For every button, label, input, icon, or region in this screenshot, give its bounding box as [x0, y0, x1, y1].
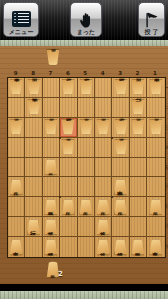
board-cell[interactable]	[43, 138, 60, 158]
shogi-piece-gote[interactable]: 銀将	[114, 79, 128, 96]
shogi-piece-gote[interactable]: 角行	[131, 99, 145, 116]
board-cell[interactable]	[112, 158, 129, 178]
board-cell[interactable]: 銀将	[43, 237, 60, 257]
shogi-piece-sente[interactable]: 歩兵	[79, 198, 93, 215]
file-label: 6	[59, 70, 76, 77]
board-cell[interactable]	[78, 177, 95, 197]
board-cell[interactable]	[130, 177, 147, 197]
board-cell[interactable]: 歩兵	[147, 118, 164, 138]
resign-button-label: 投 了	[144, 28, 158, 35]
board-cell[interactable]: 歩兵	[95, 197, 112, 217]
shogi-piece-gote[interactable]: 銀将	[61, 119, 75, 136]
board-cell[interactable]	[60, 217, 77, 237]
file-label: 4	[94, 70, 111, 77]
file-label: 7	[42, 70, 59, 77]
board-cell[interactable]	[130, 138, 147, 158]
shogi-piece-sente[interactable]: 歩兵	[9, 178, 23, 195]
board-cell[interactable]: 銀将	[112, 78, 129, 98]
board-cell[interactable]	[60, 177, 77, 197]
bottom-bar	[0, 284, 168, 291]
shogi-piece-gote[interactable]: 金将	[114, 119, 128, 136]
shogi-piece-sente[interactable]: 歩兵	[114, 198, 128, 215]
shogi-piece-gote[interactable]: 金将	[61, 79, 75, 96]
board-cell[interactable]: 飛車	[112, 177, 129, 197]
board-cell[interactable]: 香車	[8, 78, 25, 98]
board-cell[interactable]: 歩兵	[147, 197, 164, 217]
board-cell[interactable]: 玉将	[78, 78, 95, 98]
undo-button[interactable]: まった	[70, 2, 102, 37]
file-label: 8	[24, 70, 41, 77]
board-cell[interactable]: 香車	[147, 78, 164, 98]
board-cell[interactable]: 金将	[60, 78, 77, 98]
file-label: 5	[77, 70, 94, 77]
board-cell[interactable]	[25, 138, 42, 158]
board-cell[interactable]	[95, 98, 112, 118]
board-cell[interactable]	[112, 217, 129, 237]
board-cell[interactable]: 桂馬	[130, 237, 147, 257]
shogi-piece-sente[interactable]: 歩兵	[96, 198, 110, 215]
sente-hand-tray[interactable]: 歩兵2	[40, 258, 100, 282]
file-label: 9	[7, 70, 24, 77]
board-cell[interactable]: 歩兵	[8, 118, 25, 138]
board-cell[interactable]	[78, 158, 95, 178]
board-cell[interactable]	[8, 138, 25, 158]
board-cell[interactable]	[60, 237, 77, 257]
board-cell[interactable]	[78, 98, 95, 118]
board-cell[interactable]	[43, 177, 60, 197]
board-cell[interactable]	[60, 158, 77, 178]
shogi-piece-gote[interactable]: 香車	[149, 79, 163, 96]
board-cell[interactable]: 銀将	[112, 237, 129, 257]
shogi-piece-sente[interactable]: 歩兵	[61, 198, 75, 215]
board-cell[interactable]	[95, 177, 112, 197]
board-cell[interactable]: 角行	[25, 217, 42, 237]
gote-hand-tray[interactable]: 歩兵	[40, 46, 100, 70]
board-cell[interactable]	[43, 98, 60, 118]
file-label: 3	[111, 70, 128, 77]
board-cell[interactable]: 歩兵	[43, 158, 60, 178]
board-cell[interactable]: 香車	[147, 237, 164, 257]
board-cell[interactable]: 香車	[8, 237, 25, 257]
board-cell[interactable]: 歩兵	[60, 138, 77, 158]
shogi-piece-sente[interactable]: 桂馬	[44, 198, 58, 215]
shogi-piece-gote[interactable]: 香車	[9, 79, 23, 96]
menu-list-icon	[12, 11, 31, 27]
shogi-piece-gote[interactable]: 桂馬	[27, 79, 41, 96]
board-cell[interactable]	[78, 217, 95, 237]
shogi-piece-sente[interactable]: 香車	[149, 239, 163, 256]
board-cell[interactable]	[130, 158, 147, 178]
board-cell[interactable]	[95, 138, 112, 158]
board-cell[interactable]	[25, 118, 42, 138]
resign-button[interactable]: 投 了	[138, 2, 165, 37]
shogi-piece-sente[interactable]: 銀将	[44, 239, 58, 256]
board-cell[interactable]: 王将	[43, 217, 60, 237]
captured-piece-gote[interactable]: 歩兵	[46, 49, 60, 66]
resign-flag-icon	[143, 12, 161, 28]
board-cell[interactable]	[78, 237, 95, 257]
shogi-board: 香車桂馬金将玉将銀将桂馬香車飛車角行歩兵歩兵銀将歩兵歩兵金将歩兵歩兵歩兵歩兵歩兵…	[7, 77, 166, 258]
board-cell[interactable]: 歩兵	[130, 118, 147, 138]
board-cell[interactable]: 金将	[95, 237, 112, 257]
board-cell[interactable]	[147, 177, 164, 197]
board-cell[interactable]: 歩兵	[60, 197, 77, 217]
board-cell[interactable]	[147, 217, 164, 237]
felt-strip-bottom	[0, 291, 168, 299]
shogi-piece-gote[interactable]: 歩兵	[96, 119, 110, 136]
board-cell[interactable]	[8, 158, 25, 178]
board-cell[interactable]: 桂馬	[43, 197, 60, 217]
shogi-piece-sente[interactable]: 歩兵	[149, 198, 163, 215]
board-cell[interactable]	[8, 197, 25, 217]
shogi-piece-sente[interactable]: 桂馬	[131, 239, 145, 256]
file-label: 2	[129, 70, 146, 77]
board-cell[interactable]: 角行	[130, 98, 147, 118]
board-cell[interactable]	[95, 78, 112, 98]
board-cell[interactable]	[60, 98, 77, 118]
shogi-piece-gote[interactable]: 玉将	[79, 79, 93, 96]
board-cell[interactable]: 桂馬	[25, 78, 42, 98]
menu-button[interactable]: メニュー	[3, 2, 39, 37]
shogi-piece-gote[interactable]: 歩兵	[9, 119, 23, 136]
file-label: 1	[146, 70, 163, 77]
board-cell[interactable]	[8, 217, 25, 237]
file-labels: 987654321	[7, 70, 164, 77]
board-cell[interactable]: 歩兵	[95, 118, 112, 138]
shogi-piece-sente[interactable]: 銀将	[114, 239, 128, 256]
board-cell[interactable]	[43, 78, 60, 98]
board-cell[interactable]	[147, 158, 164, 178]
shogi-piece-gote[interactable]: 歩兵	[44, 119, 58, 136]
board-cell[interactable]: 歩兵	[112, 197, 129, 217]
shogi-piece-sente[interactable]: 王将	[44, 218, 58, 235]
board-cell[interactable]: 銀将	[60, 118, 77, 138]
board-cell[interactable]	[8, 98, 25, 118]
toolbar: メニュー まった 投 了	[0, 0, 168, 41]
shogi-piece-sente[interactable]: 金将	[96, 239, 110, 256]
board-cell[interactable]	[25, 177, 42, 197]
board-cell[interactable]	[112, 98, 129, 118]
board-cell[interactable]: 飛車	[25, 98, 42, 118]
board-cell[interactable]: 歩兵	[112, 138, 129, 158]
board-cell[interactable]: 歩兵	[78, 197, 95, 217]
shogi-piece-sente[interactable]: 香車	[9, 239, 23, 256]
shogi-piece-gote[interactable]: 飛車	[27, 99, 41, 116]
board-cell[interactable]	[130, 217, 147, 237]
shogi-piece-sente[interactable]: 角行	[27, 218, 41, 235]
board-cell[interactable]	[25, 237, 42, 257]
shogi-piece-gote[interactable]: 歩兵	[61, 139, 75, 156]
shogi-piece-sente[interactable]: 飛車	[114, 178, 128, 195]
board-cell[interactable]	[25, 197, 42, 217]
board-cell[interactable]: 歩兵	[8, 177, 25, 197]
shogi-piece-gote[interactable]: 桂馬	[131, 79, 145, 96]
shogi-piece-sente[interactable]: 歩兵	[44, 159, 58, 176]
menu-button-label: メニュー	[9, 28, 33, 35]
shogi-piece-gote[interactable]: 歩兵	[149, 119, 163, 136]
shogi-piece-sente[interactable]: 金将	[96, 218, 110, 235]
shogi-piece-gote[interactable]: 歩兵	[79, 119, 93, 136]
board-cell[interactable]	[95, 158, 112, 178]
board-cell[interactable]	[147, 138, 164, 158]
capture-count: 2	[58, 270, 63, 278]
board-cell[interactable]: 金将	[112, 118, 129, 138]
shogi-piece-gote[interactable]: 歩兵	[131, 119, 145, 136]
hand-icon	[77, 12, 95, 28]
board-cell[interactable]: 歩兵	[78, 118, 95, 138]
board-cell[interactable]	[147, 98, 164, 118]
board-cell[interactable]	[130, 197, 147, 217]
board-cell[interactable]: 桂馬	[130, 78, 147, 98]
board-cell[interactable]: 金将	[95, 217, 112, 237]
shogi-piece-gote[interactable]: 歩兵	[114, 139, 128, 156]
board-cell[interactable]	[25, 158, 42, 178]
undo-button-label: まった	[77, 28, 95, 35]
board-cell[interactable]: 歩兵	[43, 118, 60, 138]
board-cell[interactable]	[78, 138, 95, 158]
